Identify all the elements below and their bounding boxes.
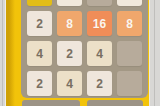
bottom-left-button-partial[interactable] bbox=[22, 100, 80, 106]
left-bezel-strip bbox=[0, 0, 6, 106]
tile-4-r2c2: 4 bbox=[87, 41, 112, 66]
tile-cutoff-r0c1 bbox=[57, 0, 82, 6]
empty-cell-r2c3 bbox=[117, 41, 142, 66]
tile-2-r2c1: 2 bbox=[57, 41, 82, 66]
yellow-background-shade bbox=[5, 0, 15, 106]
tile-16-r1c2: 16 bbox=[87, 11, 112, 36]
tile-4-r3c1: 4 bbox=[57, 71, 82, 96]
tile-8-r1c1: 8 bbox=[57, 11, 82, 36]
tile-2-r1c0: 2 bbox=[27, 11, 52, 36]
tile-8-r1c3: 8 bbox=[117, 11, 142, 36]
game-board-4x4[interactable]: 28168424242 bbox=[21, 0, 148, 98]
empty-cell-r3c3 bbox=[117, 71, 142, 96]
tile-4-r2c0: 4 bbox=[27, 41, 52, 66]
right-bezel-strip bbox=[149, 0, 160, 106]
tile-2-r3c0: 2 bbox=[27, 71, 52, 96]
app-screen: 28168424242 bbox=[0, 0, 160, 106]
tile-2-r3c2: 2 bbox=[87, 71, 112, 96]
bottom-right-button-partial[interactable] bbox=[87, 100, 143, 106]
tile-cutoff-r0c0 bbox=[27, 0, 52, 6]
empty-cell-r0c2 bbox=[87, 0, 112, 6]
tile-cutoff-r0c3 bbox=[117, 0, 142, 6]
